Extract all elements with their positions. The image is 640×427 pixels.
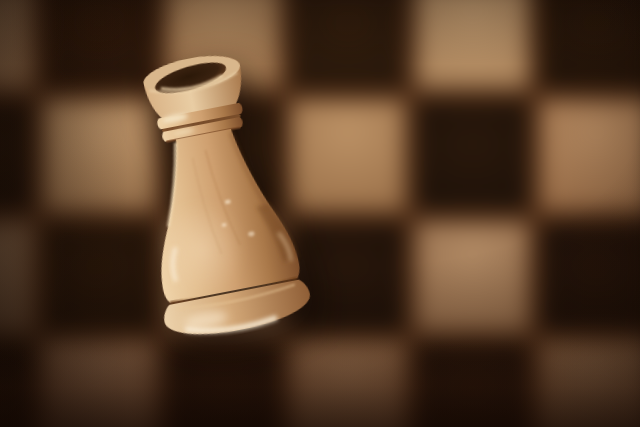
board-square-r0c0 <box>0 0 31 88</box>
chessboard-background <box>0 0 640 427</box>
board-square-r1c4 <box>417 101 528 209</box>
board-square-r0c5 <box>541 0 640 88</box>
board-square-r3c4 <box>417 344 528 427</box>
board-square-r3c3 <box>292 344 403 427</box>
board-square-r2c5 <box>541 223 640 331</box>
board-square-r0c4 <box>417 0 528 88</box>
board-square-r1c0 <box>0 101 31 209</box>
board-square-r1c3 <box>292 101 403 209</box>
chess-photo: ♖ <box>0 0 640 427</box>
board-square-r2c0 <box>0 223 31 331</box>
board-square-r0c3 <box>292 0 403 88</box>
board-square-r3c5 <box>541 344 640 427</box>
board-square-r3c1 <box>44 344 155 427</box>
board-square-r3c0 <box>0 344 31 427</box>
board-square-r1c5 <box>541 101 640 209</box>
board-square-r2c4 <box>417 223 528 331</box>
